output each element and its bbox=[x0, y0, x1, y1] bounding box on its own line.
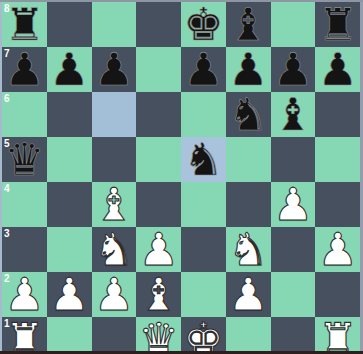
square-e4[interactable] bbox=[181, 182, 226, 227]
square-e5[interactable]: ♞ bbox=[181, 137, 226, 182]
square-d5[interactable] bbox=[136, 137, 181, 182]
square-g4[interactable]: ♟ bbox=[271, 182, 316, 227]
square-a6[interactable]: 6 bbox=[2, 92, 47, 137]
white-pawn[interactable]: ♟ bbox=[4, 272, 44, 317]
black-pawn[interactable]: ♟ bbox=[183, 47, 223, 92]
black-pawn[interactable]: ♟ bbox=[94, 47, 134, 92]
square-a3[interactable]: 3 bbox=[2, 227, 47, 272]
square-d1[interactable]: ♛D bbox=[136, 317, 181, 354]
white-pawn[interactable]: ♟ bbox=[94, 272, 134, 317]
square-e6[interactable] bbox=[181, 92, 226, 137]
rank-label-3: 3 bbox=[4, 229, 10, 239]
square-f6[interactable]: ♞ bbox=[226, 92, 271, 137]
left-edge-strip bbox=[0, 2, 2, 351]
square-a5[interactable]: ♛5 bbox=[2, 137, 47, 182]
square-e7[interactable]: ♟ bbox=[181, 47, 226, 92]
square-b5[interactable] bbox=[47, 137, 92, 182]
black-pawn[interactable]: ♟ bbox=[4, 47, 44, 92]
chess-board[interactable]: ♜8♚♝♜♟7♟♟♟♟♟♟6♞♝♛5♞4♝♟3♞♟♞♟♟2♟♟♝♟♜1ABC♛D… bbox=[2, 2, 360, 351]
black-queen[interactable]: ♛ bbox=[4, 137, 44, 182]
white-pawn[interactable]: ♟ bbox=[317, 227, 357, 272]
square-b6[interactable] bbox=[47, 92, 92, 137]
black-bishop[interactable]: ♝ bbox=[228, 2, 268, 47]
black-knight[interactable]: ♞ bbox=[183, 137, 223, 182]
square-e3[interactable] bbox=[181, 227, 226, 272]
square-d3[interactable]: ♟ bbox=[136, 227, 181, 272]
square-g3[interactable] bbox=[271, 227, 316, 272]
square-d6[interactable] bbox=[136, 92, 181, 137]
white-pawn[interactable]: ♟ bbox=[228, 272, 268, 317]
square-c2[interactable]: ♟ bbox=[92, 272, 137, 317]
square-d7[interactable] bbox=[136, 47, 181, 92]
square-h3[interactable]: ♟ bbox=[315, 227, 360, 272]
black-rook[interactable]: ♜ bbox=[317, 2, 357, 47]
square-c5[interactable] bbox=[92, 137, 137, 182]
white-pawn[interactable]: ♟ bbox=[273, 182, 313, 227]
white-knight[interactable]: ♞ bbox=[94, 227, 134, 272]
square-h7[interactable]: ♟ bbox=[315, 47, 360, 92]
white-bishop[interactable]: ♝ bbox=[138, 272, 178, 317]
black-pawn[interactable]: ♟ bbox=[49, 47, 89, 92]
square-g5[interactable] bbox=[271, 137, 316, 182]
square-c3[interactable]: ♞ bbox=[92, 227, 137, 272]
black-pawn[interactable]: ♟ bbox=[228, 47, 268, 92]
square-g8[interactable] bbox=[271, 2, 316, 47]
square-f3[interactable]: ♞ bbox=[226, 227, 271, 272]
white-rook[interactable]: ♜ bbox=[4, 317, 44, 354]
square-g1[interactable]: G bbox=[271, 317, 316, 354]
square-e2[interactable] bbox=[181, 272, 226, 317]
square-h6[interactable] bbox=[315, 92, 360, 137]
square-h4[interactable] bbox=[315, 182, 360, 227]
square-h5[interactable] bbox=[315, 137, 360, 182]
top-edge-strip bbox=[0, 0, 363, 2]
square-h2[interactable] bbox=[315, 272, 360, 317]
square-f2[interactable]: ♟ bbox=[226, 272, 271, 317]
square-b1[interactable]: B bbox=[47, 317, 92, 354]
square-a7[interactable]: ♟7 bbox=[2, 47, 47, 92]
black-pawn[interactable]: ♟ bbox=[273, 47, 313, 92]
chess-app-screen: ♜8♚♝♜♟7♟♟♟♟♟♟6♞♝♛5♞4♝♟3♞♟♞♟♟2♟♟♝♟♜1ABC♛D… bbox=[0, 0, 363, 354]
white-bishop[interactable]: ♝ bbox=[94, 182, 134, 227]
white-knight[interactable]: ♞ bbox=[228, 227, 268, 272]
square-b3[interactable] bbox=[47, 227, 92, 272]
black-pawn[interactable]: ♟ bbox=[317, 47, 357, 92]
square-a1[interactable]: ♜1A bbox=[2, 317, 47, 354]
square-c6[interactable] bbox=[92, 92, 137, 137]
square-d8[interactable] bbox=[136, 2, 181, 47]
square-d2[interactable]: ♝ bbox=[136, 272, 181, 317]
square-b7[interactable]: ♟ bbox=[47, 47, 92, 92]
square-f7[interactable]: ♟ bbox=[226, 47, 271, 92]
square-c8[interactable] bbox=[92, 2, 137, 47]
white-pawn[interactable]: ♟ bbox=[49, 272, 89, 317]
white-queen[interactable]: ♛ bbox=[138, 317, 178, 354]
square-g7[interactable]: ♟ bbox=[271, 47, 316, 92]
square-c7[interactable]: ♟ bbox=[92, 47, 137, 92]
square-h8[interactable]: ♜ bbox=[315, 2, 360, 47]
square-e8[interactable]: ♚ bbox=[181, 2, 226, 47]
square-g2[interactable] bbox=[271, 272, 316, 317]
square-h1[interactable]: ♜H bbox=[315, 317, 360, 354]
square-c1[interactable]: C bbox=[92, 317, 137, 354]
square-f8[interactable]: ♝ bbox=[226, 2, 271, 47]
square-b4[interactable] bbox=[47, 182, 92, 227]
square-c4[interactable]: ♝ bbox=[92, 182, 137, 227]
black-bishop[interactable]: ♝ bbox=[273, 92, 313, 137]
square-a8[interactable]: ♜8 bbox=[2, 2, 47, 47]
square-a2[interactable]: ♟2 bbox=[2, 272, 47, 317]
white-pawn[interactable]: ♟ bbox=[138, 227, 178, 272]
square-f1[interactable]: F bbox=[226, 317, 271, 354]
black-knight[interactable]: ♞ bbox=[228, 92, 268, 137]
white-king[interactable]: ♚ bbox=[183, 317, 223, 354]
square-f4[interactable] bbox=[226, 182, 271, 227]
square-d4[interactable] bbox=[136, 182, 181, 227]
square-e1[interactable]: ♚E bbox=[181, 317, 226, 354]
white-rook[interactable]: ♜ bbox=[317, 317, 357, 354]
square-b8[interactable] bbox=[47, 2, 92, 47]
black-rook[interactable]: ♜ bbox=[4, 2, 44, 47]
square-a4[interactable]: 4 bbox=[2, 182, 47, 227]
square-g6[interactable]: ♝ bbox=[271, 92, 316, 137]
square-b2[interactable]: ♟ bbox=[47, 272, 92, 317]
square-f5[interactable] bbox=[226, 137, 271, 182]
black-king[interactable]: ♚ bbox=[183, 2, 223, 47]
